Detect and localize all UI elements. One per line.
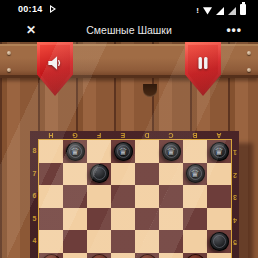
pause-button[interactable] — [185, 42, 221, 96]
board-square-b7[interactable] — [63, 163, 87, 186]
black-king-piece[interactable]: ♛ — [162, 142, 181, 161]
board-square-a5[interactable] — [39, 208, 63, 231]
board-square-h3[interactable] — [207, 253, 231, 258]
board-square-e7[interactable] — [135, 163, 159, 186]
board-square-f8[interactable]: ♛ — [159, 140, 183, 163]
board-square-a3[interactable] — [39, 253, 63, 258]
board-square-f6[interactable] — [159, 185, 183, 208]
black-man-piece[interactable] — [210, 232, 229, 251]
board-square-f3[interactable] — [159, 253, 183, 258]
game-area: ♛♛♛♛♛ HGFEDCBA8765432112345678 — [0, 42, 258, 258]
file-label-top: E — [111, 131, 135, 140]
partial-red-piece[interactable] — [42, 254, 61, 258]
board-square-h5[interactable] — [207, 208, 231, 231]
board-square-e4[interactable] — [135, 230, 159, 253]
screw-icon — [247, 51, 251, 55]
board-square-c6[interactable] — [87, 185, 111, 208]
board-square-d8[interactable]: ♛ — [111, 140, 135, 163]
board-square-f5[interactable] — [159, 208, 183, 231]
board-square-c4[interactable] — [87, 230, 111, 253]
board-square-e6[interactable] — [135, 185, 159, 208]
phone-screen: 00:14 ! ✕ Смешные Шашки ••• — [0, 0, 258, 258]
board-square-a7[interactable] — [39, 163, 63, 186]
board-grid: ♛♛♛♛♛ — [39, 140, 231, 258]
status-icons: ! — [196, 4, 250, 15]
board-square-d5[interactable] — [111, 208, 135, 231]
board-square-b3[interactable] — [63, 253, 87, 258]
board-square-c8[interactable] — [87, 140, 111, 163]
board-square-e3[interactable] — [135, 253, 159, 258]
partial-red-piece[interactable] — [90, 254, 109, 258]
battery-icon — [240, 4, 246, 15]
exclamation-icon: ! — [196, 6, 199, 15]
board-square-a6[interactable] — [39, 185, 63, 208]
board-square-b8[interactable]: ♛ — [63, 140, 87, 163]
screw-icon — [247, 68, 251, 72]
board-square-f4[interactable] — [159, 230, 183, 253]
board-square-d7[interactable] — [111, 163, 135, 186]
board-square-h6[interactable] — [207, 185, 231, 208]
board-square-g5[interactable] — [183, 208, 207, 231]
board-square-c3[interactable] — [87, 253, 111, 258]
signal-icon — [216, 7, 224, 15]
crown-icon: ♛ — [114, 142, 133, 161]
board-square-h7[interactable] — [207, 163, 231, 186]
file-label-top: A — [207, 131, 231, 140]
file-label-top: F — [87, 131, 111, 140]
file-label-top: B — [183, 131, 207, 140]
board-square-f7[interactable] — [159, 163, 183, 186]
signal-icon — [228, 7, 236, 15]
page-title: Смешные Шашки — [0, 24, 258, 36]
rank-label-right: 3 — [231, 185, 239, 208]
rank-label-right: 6 — [231, 253, 239, 258]
crown-icon: ♛ — [66, 142, 85, 161]
black-king-piece[interactable]: ♛ — [114, 142, 133, 161]
sound-button[interactable] — [37, 42, 73, 96]
board-square-g6[interactable] — [183, 185, 207, 208]
rank-label-left: 5 — [30, 208, 39, 231]
board-square-d4[interactable] — [111, 230, 135, 253]
rank-label-left: 8 — [30, 140, 39, 163]
crown-icon: ♛ — [162, 142, 181, 161]
speaker-icon — [45, 53, 65, 73]
status-bar: 00:14 ! — [0, 0, 258, 18]
pause-icon — [194, 53, 212, 73]
rank-label-right: 1 — [231, 140, 239, 163]
screw-icon — [7, 51, 11, 55]
file-label-top: G — [63, 131, 87, 140]
wifi-icon — [203, 7, 212, 15]
black-man-piece[interactable] — [90, 164, 109, 183]
rank-label-left: 3 — [30, 253, 39, 258]
rank-label-right: 4 — [231, 208, 239, 231]
board-square-h4[interactable] — [207, 230, 231, 253]
app-bar: ✕ Смешные Шашки ••• — [0, 18, 258, 42]
clock: 00:14 — [18, 4, 43, 14]
rank-label-left: 6 — [30, 185, 39, 208]
partial-red-piece[interactable] — [186, 254, 205, 258]
board-square-h8[interactable]: ♛ — [207, 140, 231, 163]
file-label-top: C — [159, 131, 183, 140]
plank-slot — [143, 84, 157, 97]
board-square-c7[interactable] — [87, 163, 111, 186]
file-label-top: D — [135, 131, 159, 140]
board-square-d6[interactable] — [111, 185, 135, 208]
play-triangle-icon — [50, 5, 56, 13]
board-square-g8[interactable] — [183, 140, 207, 163]
rank-label-right: 2 — [231, 163, 239, 186]
board-square-g7[interactable]: ♛ — [183, 163, 207, 186]
checkers-board: ♛♛♛♛♛ HGFEDCBA8765432112345678 — [30, 131, 239, 258]
board-square-g3[interactable] — [183, 253, 207, 258]
rank-label-left: 4 — [30, 230, 39, 253]
file-label-top: H — [39, 131, 63, 140]
board-square-a4[interactable] — [39, 230, 63, 253]
board-square-b4[interactable] — [63, 230, 87, 253]
black-king-piece[interactable]: ♛ — [66, 142, 85, 161]
crown-icon: ♛ — [186, 164, 205, 183]
board-square-b6[interactable] — [63, 185, 87, 208]
partial-red-piece[interactable] — [138, 254, 157, 258]
screw-icon — [7, 68, 11, 72]
board-square-c5[interactable] — [87, 208, 111, 231]
board-square-b5[interactable] — [63, 208, 87, 231]
crown-icon: ♛ — [210, 142, 229, 161]
board-square-d3[interactable] — [111, 253, 135, 258]
board-square-e5[interactable] — [135, 208, 159, 231]
black-king-piece[interactable]: ♛ — [186, 164, 205, 183]
rank-label-left: 7 — [30, 163, 39, 186]
board-square-g4[interactable] — [183, 230, 207, 253]
black-king-piece[interactable]: ♛ — [210, 142, 229, 161]
board-square-e8[interactable] — [135, 140, 159, 163]
rank-label-right: 5 — [231, 230, 239, 253]
board-square-a8[interactable] — [39, 140, 63, 163]
